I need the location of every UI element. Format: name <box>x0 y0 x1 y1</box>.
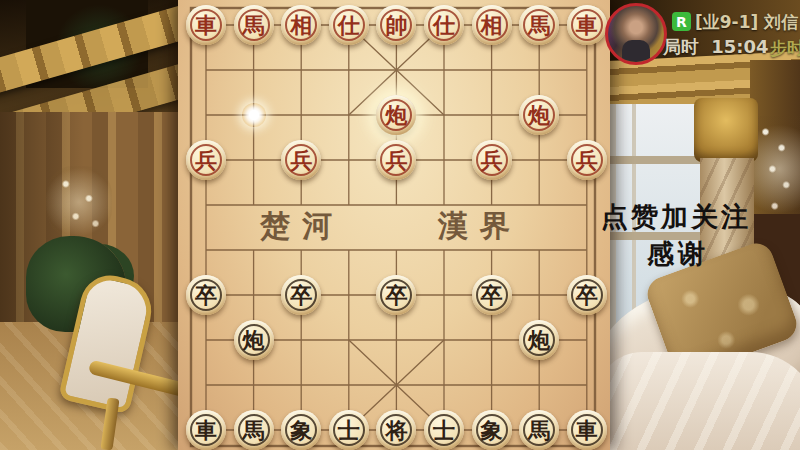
piece-red-兵[interactable]: 兵 <box>567 140 607 180</box>
piece-red-仕[interactable]: 仕 <box>424 5 464 45</box>
piece-black-炮[interactable]: 炮 <box>234 320 274 360</box>
piece-glyph: 馬 <box>243 419 265 441</box>
piece-glyph: 兵 <box>481 149 503 171</box>
piece-glyph: 仕 <box>338 14 360 36</box>
piece-red-相[interactable]: 相 <box>281 5 321 45</box>
piece-glyph: 象 <box>481 419 503 441</box>
piece-red-仕[interactable]: 仕 <box>329 5 369 45</box>
piece-glyph: 車 <box>195 14 217 36</box>
window-mullion <box>610 156 702 164</box>
river-label-right: 漢界 <box>438 206 522 247</box>
piece-glyph: 卒 <box>290 284 312 306</box>
sofa-seat <box>610 352 800 450</box>
piece-glyph: 卒 <box>481 284 503 306</box>
piece-glyph: 炮 <box>385 104 407 126</box>
follow-caption: 点赞加关注 感谢 <box>601 199 751 272</box>
piece-glyph: 士 <box>433 419 455 441</box>
piece-glyph: 馬 <box>243 14 265 36</box>
piece-glyph: 炮 <box>528 329 550 351</box>
game-timer-value: 15:04 <box>711 36 768 57</box>
piece-red-兵[interactable]: 兵 <box>281 140 321 180</box>
rank-badge-icon: R <box>672 12 691 31</box>
wall-sconce-chandelier <box>754 116 800 222</box>
game-timer-label: 局时 <box>663 36 699 57</box>
caption-line2: 感谢 <box>601 236 751 272</box>
piece-glyph: 炮 <box>243 329 265 351</box>
player-name: [业9-1] 刘信 <box>695 11 798 34</box>
piece-black-馬[interactable]: 馬 <box>234 410 274 450</box>
column-capital <box>694 98 758 162</box>
piece-glyph: 将 <box>385 419 407 441</box>
piece-glyph: 兵 <box>576 149 598 171</box>
river-label-left: 楚河 <box>260 206 344 247</box>
piece-black-炮[interactable]: 炮 <box>519 320 559 360</box>
piece-black-卒[interactable]: 卒 <box>472 275 512 315</box>
piece-glyph: 兵 <box>290 149 312 171</box>
last-move-origin-marker <box>242 103 266 127</box>
piece-red-炮[interactable]: 炮 <box>519 95 559 135</box>
piece-black-卒[interactable]: 卒 <box>567 275 607 315</box>
piece-black-車[interactable]: 車 <box>567 410 607 450</box>
piece-red-兵[interactable]: 兵 <box>472 140 512 180</box>
game-stream-screen: 楚河 漢界 車馬相仕帥仕相馬車炮炮兵兵兵兵兵卒卒卒卒卒炮炮車馬象士将士象馬車 R… <box>0 0 800 450</box>
piece-red-馬[interactable]: 馬 <box>519 5 559 45</box>
piece-red-馬[interactable]: 馬 <box>234 5 274 45</box>
piece-black-卒[interactable]: 卒 <box>186 275 226 315</box>
piece-glyph: 卒 <box>195 284 217 306</box>
piece-glyph: 馬 <box>528 14 550 36</box>
piece-glyph: 炮 <box>528 104 550 126</box>
piece-glyph: 兵 <box>385 149 407 171</box>
piece-black-車[interactable]: 車 <box>186 410 226 450</box>
xiangqi-board[interactable]: 楚河 漢界 車馬相仕帥仕相馬車炮炮兵兵兵兵兵卒卒卒卒卒炮炮車馬象士将士象馬車 <box>178 0 610 450</box>
piece-red-相[interactable]: 相 <box>472 5 512 45</box>
piece-glyph: 象 <box>290 419 312 441</box>
piece-red-車[interactable]: 車 <box>567 5 607 45</box>
chandelier <box>46 166 112 238</box>
board-grid <box>178 0 610 450</box>
piece-glyph: 兵 <box>195 149 217 171</box>
piece-glyph: 相 <box>481 14 503 36</box>
piece-black-馬[interactable]: 馬 <box>519 410 559 450</box>
caption-line1: 点赞加关注 <box>601 199 751 235</box>
piece-black-象[interactable]: 象 <box>472 410 512 450</box>
piece-glyph: 車 <box>195 419 217 441</box>
piece-black-象[interactable]: 象 <box>281 410 321 450</box>
piece-glyph: 馬 <box>528 419 550 441</box>
piece-glyph: 卒 <box>385 284 407 306</box>
piece-black-士[interactable]: 士 <box>329 410 369 450</box>
piece-glyph: 帥 <box>385 14 407 36</box>
piece-black-卒[interactable]: 卒 <box>281 275 321 315</box>
piece-glyph: 士 <box>338 419 360 441</box>
piece-glyph: 相 <box>290 14 312 36</box>
avatar-torso <box>622 40 650 64</box>
piece-red-車[interactable]: 車 <box>186 5 226 45</box>
streamer-avatar[interactable] <box>605 3 667 65</box>
background-left-room <box>0 0 186 450</box>
piece-glyph: 車 <box>576 419 598 441</box>
step-timer-label: 步时 <box>770 37 800 60</box>
piece-black-士[interactable]: 士 <box>424 410 464 450</box>
piece-glyph: 卒 <box>576 284 598 306</box>
piece-glyph: 仕 <box>433 14 455 36</box>
game-timer: 局时 15:04 <box>663 35 769 59</box>
piece-red-兵[interactable]: 兵 <box>186 140 226 180</box>
piece-glyph: 車 <box>576 14 598 36</box>
